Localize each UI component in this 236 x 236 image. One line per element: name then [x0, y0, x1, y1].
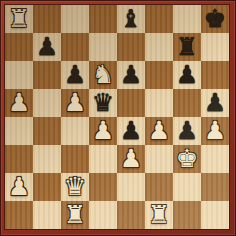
square-d6[interactable]: ♞ [89, 61, 117, 89]
square-d1[interactable] [89, 201, 117, 229]
square-b7[interactable]: ♟ [33, 33, 61, 61]
square-b6[interactable] [33, 61, 61, 89]
square-b1[interactable] [33, 201, 61, 229]
piece-white-pawn: ♟ [8, 173, 30, 201]
square-g7[interactable]: ♜ [173, 33, 201, 61]
square-h8[interactable]: ♚ [201, 5, 229, 33]
square-h7[interactable] [201, 33, 229, 61]
piece-white-pawn: ♟ [92, 117, 114, 145]
square-h5[interactable]: ♟ [201, 89, 229, 117]
square-h2[interactable] [201, 173, 229, 201]
piece-black-pawn: ♟ [204, 89, 226, 117]
piece-black-king: ♚ [204, 5, 226, 33]
piece-white-rook: ♜ [148, 201, 170, 229]
square-e3[interactable]: ♟ [117, 145, 145, 173]
piece-white-knight: ♞ [92, 61, 114, 89]
square-f7[interactable] [145, 33, 173, 61]
piece-white-pawn: ♟ [8, 89, 30, 117]
square-g5[interactable] [173, 89, 201, 117]
square-c3[interactable] [61, 145, 89, 173]
square-f8[interactable] [145, 5, 173, 33]
square-a4[interactable] [5, 117, 33, 145]
piece-black-pawn: ♟ [36, 33, 58, 61]
piece-black-pawn: ♟ [176, 61, 198, 89]
square-g3[interactable]: ♚ [173, 145, 201, 173]
square-a3[interactable] [5, 145, 33, 173]
piece-black-queen: ♛ [92, 89, 114, 117]
piece-black-rook: ♜ [176, 33, 198, 61]
square-d4[interactable]: ♟ [89, 117, 117, 145]
square-a6[interactable] [5, 61, 33, 89]
square-b2[interactable] [33, 173, 61, 201]
square-c7[interactable] [61, 33, 89, 61]
square-a7[interactable] [5, 33, 33, 61]
square-e5[interactable] [117, 89, 145, 117]
square-e6[interactable]: ♟ [117, 61, 145, 89]
piece-white-pawn: ♟ [120, 145, 142, 173]
square-g1[interactable] [173, 201, 201, 229]
square-f3[interactable] [145, 145, 173, 173]
square-g4[interactable]: ♟ [173, 117, 201, 145]
piece-black-pawn: ♟ [64, 61, 86, 89]
piece-white-rook: ♜ [8, 5, 30, 33]
piece-black-pawn: ♟ [176, 117, 198, 145]
piece-white-rook: ♜ [64, 201, 86, 229]
square-b3[interactable] [33, 145, 61, 173]
square-c6[interactable]: ♟ [61, 61, 89, 89]
square-h6[interactable] [201, 61, 229, 89]
piece-white-king: ♚ [176, 145, 198, 173]
square-f2[interactable] [145, 173, 173, 201]
square-e8[interactable]: ♝ [117, 5, 145, 33]
square-a2[interactable]: ♟ [5, 173, 33, 201]
square-f5[interactable] [145, 89, 173, 117]
square-b5[interactable] [33, 89, 61, 117]
square-f6[interactable] [145, 61, 173, 89]
square-d7[interactable] [89, 33, 117, 61]
square-d8[interactable] [89, 5, 117, 33]
square-g6[interactable]: ♟ [173, 61, 201, 89]
square-c5[interactable]: ♟ [61, 89, 89, 117]
square-a8[interactable]: ♜ [5, 5, 33, 33]
square-d2[interactable] [89, 173, 117, 201]
square-f4[interactable]: ♟ [145, 117, 173, 145]
piece-black-pawn: ♟ [120, 61, 142, 89]
square-g8[interactable] [173, 5, 201, 33]
square-e4[interactable]: ♟ [117, 117, 145, 145]
square-c4[interactable] [61, 117, 89, 145]
square-a1[interactable] [5, 201, 33, 229]
piece-black-bishop: ♝ [120, 5, 142, 33]
square-h3[interactable] [201, 145, 229, 173]
square-e7[interactable] [117, 33, 145, 61]
square-d3[interactable] [89, 145, 117, 173]
piece-black-pawn: ♟ [120, 117, 142, 145]
square-c8[interactable] [61, 5, 89, 33]
piece-white-pawn: ♟ [204, 117, 226, 145]
piece-white-queen: ♛ [64, 173, 86, 201]
square-c1[interactable]: ♜ [61, 201, 89, 229]
square-g2[interactable] [173, 173, 201, 201]
square-e2[interactable] [117, 173, 145, 201]
square-f1[interactable]: ♜ [145, 201, 173, 229]
square-d5[interactable]: ♛ [89, 89, 117, 117]
board-frame: ♜♝♚♟♜♟♞♟♟♟♟♛♟♟♟♟♟♟♟♚♟♛♜♜ [0, 0, 236, 236]
piece-white-pawn: ♟ [64, 89, 86, 117]
square-h4[interactable]: ♟ [201, 117, 229, 145]
square-c2[interactable]: ♛ [61, 173, 89, 201]
chess-board: ♜♝♚♟♜♟♞♟♟♟♟♛♟♟♟♟♟♟♟♚♟♛♜♜ [5, 5, 229, 229]
square-a5[interactable]: ♟ [5, 89, 33, 117]
square-h1[interactable] [201, 201, 229, 229]
square-e1[interactable] [117, 201, 145, 229]
square-b8[interactable] [33, 5, 61, 33]
square-b4[interactable] [33, 117, 61, 145]
piece-white-pawn: ♟ [148, 117, 170, 145]
